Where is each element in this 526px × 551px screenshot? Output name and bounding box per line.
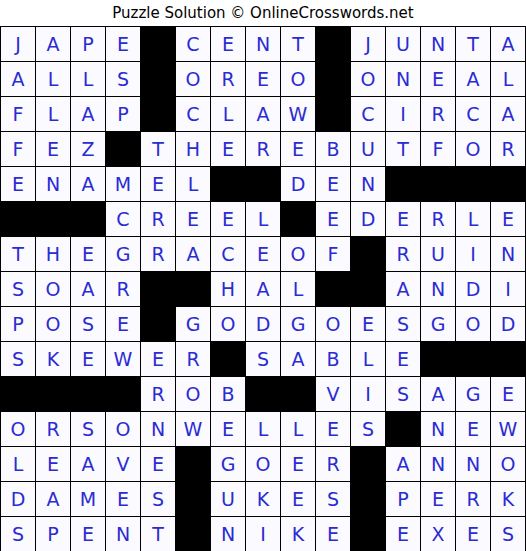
letter-cell: D — [491, 307, 526, 342]
letter-cell: A — [281, 342, 316, 377]
letter-cell: I — [491, 272, 526, 307]
letter-cell: C — [211, 237, 246, 272]
letter-cell: E — [71, 342, 106, 377]
block-cell — [351, 237, 386, 272]
letter-cell: T — [386, 132, 421, 167]
block-cell — [211, 167, 246, 202]
block-cell — [141, 272, 176, 307]
letter-cell: E — [106, 27, 141, 62]
letter-cell: W — [281, 97, 316, 132]
letter-cell: P — [386, 482, 421, 517]
letter-cell: N — [211, 517, 246, 551]
block-cell — [106, 132, 141, 167]
letter-cell: E — [386, 342, 421, 377]
block-cell — [141, 27, 176, 62]
block-cell — [176, 482, 211, 517]
letter-cell: T — [141, 132, 176, 167]
letter-cell: O — [106, 412, 141, 447]
letter-cell: S — [71, 412, 106, 447]
letter-cell: S — [491, 517, 526, 551]
letter-cell: E — [211, 412, 246, 447]
letter-cell: G — [106, 237, 141, 272]
letter-cell: N — [386, 62, 421, 97]
letter-cell: A — [36, 27, 71, 62]
letter-cell: A — [491, 27, 526, 62]
letter-cell: L — [351, 342, 386, 377]
letter-cell: B — [316, 132, 351, 167]
letter-cell: E — [246, 237, 281, 272]
letter-cell: R — [316, 447, 351, 482]
letter-cell: E — [351, 307, 386, 342]
block-cell — [456, 342, 491, 377]
letter-cell: R — [176, 342, 211, 377]
letter-cell: P — [106, 97, 141, 132]
letter-cell: N — [351, 167, 386, 202]
letter-cell: I — [386, 97, 421, 132]
letter-cell: N — [421, 272, 456, 307]
block-cell — [1, 377, 36, 412]
letter-cell: A — [246, 272, 281, 307]
letter-cell: S — [106, 62, 141, 97]
letter-cell: O — [176, 377, 211, 412]
letter-cell: O — [176, 62, 211, 97]
letter-cell: E — [421, 482, 456, 517]
letter-cell: S — [1, 342, 36, 377]
letter-cell: O — [281, 237, 316, 272]
block-cell — [316, 27, 351, 62]
block-cell — [421, 167, 456, 202]
letter-cell: E — [316, 412, 351, 447]
letter-cell: E — [281, 447, 316, 482]
letter-cell: Z — [71, 132, 106, 167]
letter-cell: R — [106, 272, 141, 307]
letter-cell: T — [281, 27, 316, 62]
letter-cell: E — [246, 62, 281, 97]
block-cell — [491, 167, 526, 202]
letter-cell: G — [211, 447, 246, 482]
letter-cell: E — [36, 447, 71, 482]
letter-cell: R — [246, 132, 281, 167]
letter-cell: K — [491, 482, 526, 517]
letter-cell: A — [71, 447, 106, 482]
block-cell — [386, 167, 421, 202]
letter-cell: C — [176, 97, 211, 132]
letter-cell: E — [141, 167, 176, 202]
letter-cell: U — [421, 237, 456, 272]
block-cell — [491, 342, 526, 377]
letter-cell: S — [141, 482, 176, 517]
letter-cell: O — [316, 307, 351, 342]
letter-cell: D — [246, 307, 281, 342]
letter-cell: L — [456, 202, 491, 237]
letter-cell: N — [106, 517, 141, 551]
letter-cell: R — [491, 132, 526, 167]
letter-cell: G — [421, 307, 456, 342]
letter-cell: L — [211, 97, 246, 132]
block-cell — [281, 377, 316, 412]
letter-cell: S — [246, 342, 281, 377]
block-cell — [351, 447, 386, 482]
letter-cell: E — [316, 517, 351, 551]
letter-cell: T — [456, 27, 491, 62]
letter-cell: P — [1, 307, 36, 342]
block-cell — [141, 97, 176, 132]
letter-cell: E — [386, 517, 421, 551]
block-cell — [211, 342, 246, 377]
letter-cell: C — [351, 97, 386, 132]
letter-cell: E — [71, 517, 106, 551]
letter-cell: A — [176, 237, 211, 272]
letter-cell: I — [246, 517, 281, 551]
letter-cell: M — [71, 482, 106, 517]
letter-cell: S — [71, 307, 106, 342]
letter-cell: E — [211, 27, 246, 62]
block-cell — [351, 517, 386, 551]
letter-cell: A — [386, 447, 421, 482]
letter-cell: L — [281, 272, 316, 307]
letter-cell: H — [176, 132, 211, 167]
letter-cell: U — [211, 482, 246, 517]
letter-cell: S — [351, 412, 386, 447]
letter-cell: H — [36, 237, 71, 272]
letter-cell: T — [1, 237, 36, 272]
letter-cell: T — [141, 517, 176, 551]
letter-cell: G — [456, 377, 491, 412]
letter-cell: S — [386, 377, 421, 412]
letter-cell: B — [211, 377, 246, 412]
block-cell — [141, 307, 176, 342]
letter-cell: W — [491, 412, 526, 447]
letter-cell: E — [386, 202, 421, 237]
letter-cell: G — [176, 307, 211, 342]
letter-cell: P — [36, 517, 71, 551]
letter-cell: E — [211, 132, 246, 167]
letter-cell: K — [281, 517, 316, 551]
letter-cell: A — [36, 482, 71, 517]
letter-cell: R — [36, 412, 71, 447]
letter-cell: B — [316, 342, 351, 377]
letter-cell: N — [421, 27, 456, 62]
letter-cell: G — [281, 307, 316, 342]
letter-cell: A — [1, 62, 36, 97]
letter-cell: F — [316, 237, 351, 272]
block-cell — [176, 272, 211, 307]
block-cell — [1, 202, 36, 237]
letter-cell: F — [421, 132, 456, 167]
letter-cell: R — [141, 377, 176, 412]
letter-cell: E — [71, 237, 106, 272]
letter-cell: R — [211, 62, 246, 97]
letter-cell: O — [281, 62, 316, 97]
letter-cell: E — [421, 62, 456, 97]
letter-cell: E — [1, 167, 36, 202]
letter-cell: L — [246, 412, 281, 447]
letter-cell: R — [141, 237, 176, 272]
block-cell — [36, 202, 71, 237]
letter-cell: L — [1, 447, 36, 482]
letter-cell: E — [316, 167, 351, 202]
letter-cell: W — [176, 412, 211, 447]
letter-cell: V — [316, 377, 351, 412]
block-cell — [141, 62, 176, 97]
letter-cell: X — [421, 517, 456, 551]
letter-cell: W — [106, 342, 141, 377]
letter-cell: N — [141, 412, 176, 447]
letter-cell: S — [1, 517, 36, 551]
letter-cell: E — [456, 517, 491, 551]
letter-cell: D — [351, 202, 386, 237]
letter-cell: A — [71, 97, 106, 132]
letter-cell: A — [71, 272, 106, 307]
block-cell — [316, 97, 351, 132]
letter-cell: S — [386, 307, 421, 342]
letter-cell: V — [106, 447, 141, 482]
letter-cell: N — [421, 412, 456, 447]
block-cell — [351, 482, 386, 517]
letter-cell: R — [141, 202, 176, 237]
letter-cell: H — [211, 272, 246, 307]
letter-cell: C — [106, 202, 141, 237]
letter-cell: I — [456, 237, 491, 272]
letter-cell: U — [386, 27, 421, 62]
letter-cell: D — [281, 167, 316, 202]
page-title: Puzzle Solution © OnlineCrosswords.net — [0, 0, 526, 26]
block-cell — [176, 517, 211, 551]
letter-cell: R — [456, 482, 491, 517]
letter-cell: F — [1, 132, 36, 167]
block-cell — [106, 377, 141, 412]
letter-cell: J — [1, 27, 36, 62]
letter-cell: O — [36, 307, 71, 342]
letter-cell: N — [421, 447, 456, 482]
letter-cell: S — [316, 482, 351, 517]
letter-cell: J — [351, 27, 386, 62]
block-cell — [316, 272, 351, 307]
letter-cell: E — [106, 482, 141, 517]
letter-cell: N — [36, 167, 71, 202]
letter-cell: F — [1, 97, 36, 132]
letter-cell: I — [351, 377, 386, 412]
block-cell — [176, 447, 211, 482]
letter-cell: O — [491, 447, 526, 482]
letter-cell: E — [456, 412, 491, 447]
letter-cell: A — [421, 377, 456, 412]
letter-cell: E — [281, 482, 316, 517]
block-cell — [316, 62, 351, 97]
letter-cell: A — [491, 97, 526, 132]
letter-cell: L — [491, 62, 526, 97]
letter-cell: E — [281, 132, 316, 167]
block-cell — [386, 412, 421, 447]
block-cell — [246, 377, 281, 412]
letter-cell: E — [211, 202, 246, 237]
letter-cell: N — [456, 447, 491, 482]
letter-cell: L — [36, 97, 71, 132]
letter-cell: L — [176, 167, 211, 202]
letter-cell: U — [351, 132, 386, 167]
letter-cell: D — [456, 272, 491, 307]
letter-cell: O — [36, 272, 71, 307]
letter-cell: E — [316, 202, 351, 237]
letter-cell: E — [491, 377, 526, 412]
block-cell — [71, 202, 106, 237]
letter-cell: O — [211, 307, 246, 342]
letter-cell: N — [491, 237, 526, 272]
letter-cell: E — [141, 447, 176, 482]
letter-cell: A — [386, 272, 421, 307]
letter-cell: A — [71, 167, 106, 202]
letter-cell: D — [1, 482, 36, 517]
block-cell — [351, 272, 386, 307]
letter-cell: K — [246, 482, 281, 517]
letter-cell: O — [246, 447, 281, 482]
letter-cell: L — [36, 62, 71, 97]
letter-cell: C — [456, 97, 491, 132]
letter-cell: O — [1, 412, 36, 447]
letter-cell: O — [456, 307, 491, 342]
letter-cell: A — [246, 97, 281, 132]
block-cell — [421, 342, 456, 377]
letter-cell: E — [491, 202, 526, 237]
crossword-grid: JAPECENTJUNTAALLSOREOONEALFLAPCLAWCIRCAF… — [0, 26, 526, 551]
letter-cell: A — [456, 62, 491, 97]
letter-cell: P — [71, 27, 106, 62]
letter-cell: O — [351, 62, 386, 97]
block-cell — [71, 377, 106, 412]
block-cell — [456, 167, 491, 202]
block-cell — [36, 377, 71, 412]
letter-cell: E — [106, 307, 141, 342]
letter-cell: R — [421, 97, 456, 132]
block-cell — [281, 202, 316, 237]
block-cell — [246, 167, 281, 202]
letter-cell: M — [106, 167, 141, 202]
letter-cell: E — [141, 342, 176, 377]
letter-cell: E — [36, 132, 71, 167]
letter-cell: L — [246, 202, 281, 237]
letter-cell: R — [421, 202, 456, 237]
letter-cell: L — [71, 62, 106, 97]
letter-cell: E — [176, 202, 211, 237]
letter-cell: O — [456, 132, 491, 167]
letter-cell: R — [386, 237, 421, 272]
letter-cell: N — [246, 27, 281, 62]
page: Puzzle Solution © OnlineCrosswords.net J… — [0, 0, 526, 551]
letter-cell: S — [1, 272, 36, 307]
letter-cell: C — [176, 27, 211, 62]
letter-cell: L — [281, 412, 316, 447]
letter-cell: K — [36, 342, 71, 377]
